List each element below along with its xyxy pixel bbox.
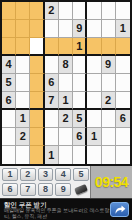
cell-r2c6[interactable]: 9 (73, 20, 87, 38)
cell-r3c9[interactable] (116, 38, 130, 56)
numpad-button-8[interactable]: 8 (38, 183, 54, 196)
cell-r9c4[interactable]: 1 (45, 146, 59, 164)
cell-r1c7[interactable] (87, 2, 101, 20)
cell-r1c1[interactable] (2, 2, 16, 20)
numpad-button-3[interactable]: 3 (38, 168, 54, 181)
numpad-button-7[interactable]: 7 (20, 183, 36, 196)
cell-r6c2[interactable] (16, 92, 30, 110)
cell-r8c9[interactable] (116, 128, 130, 146)
cell-r5c7[interactable] (87, 74, 101, 92)
cell-r6c4[interactable]: 7 (45, 92, 59, 110)
cell-r1c4[interactable]: 2 (45, 2, 59, 20)
cell-r3c3[interactable] (30, 38, 44, 56)
cell-r3c7[interactable] (87, 38, 101, 56)
cell-r8c4[interactable] (45, 128, 59, 146)
cell-r4c5[interactable]: 8 (59, 56, 73, 74)
cell-r3c1[interactable] (2, 38, 16, 56)
ad-cta-button[interactable] (110, 202, 129, 217)
cell-r9c5[interactable] (59, 146, 73, 164)
cell-r9c3[interactable] (30, 146, 44, 164)
cell-r8c7[interactable]: 1 (87, 128, 101, 146)
sudoku-app-screen: 291148956671212562611 123456789 09:54 할인… (0, 0, 132, 220)
cell-r8c2[interactable]: 2 (16, 128, 30, 146)
cell-r7c5[interactable]: 2 (59, 110, 73, 128)
cell-r9c9[interactable] (116, 146, 130, 164)
cell-r1c2[interactable] (16, 2, 30, 20)
cell-r7c2[interactable]: 1 (16, 110, 30, 128)
cell-r7c1[interactable] (2, 110, 16, 128)
cell-r4c8[interactable]: 9 (102, 56, 116, 74)
eraser-icon (74, 184, 88, 195)
cell-r5c1[interactable]: 5 (2, 74, 16, 92)
cell-r2c4[interactable] (45, 20, 59, 38)
cell-r3c5[interactable] (59, 38, 73, 56)
cell-r1c3[interactable] (30, 2, 44, 20)
cell-r4c7[interactable] (87, 56, 101, 74)
cell-r5c8[interactable] (102, 74, 116, 92)
cell-r8c6[interactable]: 6 (73, 128, 87, 146)
cell-r8c5[interactable] (59, 128, 73, 146)
ad-banner[interactable]: 할인 쿠폰 받기 매일매일 유혹적인 쿠폰을 보내드려요 레스토랑, 뷰 티, … (0, 198, 132, 220)
cell-r6c3[interactable] (30, 92, 44, 110)
cell-r7c4[interactable] (45, 110, 59, 128)
cell-r2c8[interactable] (102, 20, 116, 38)
cell-r1c6[interactable] (73, 2, 87, 20)
cell-r9c8[interactable] (102, 146, 116, 164)
cell-r2c3[interactable] (30, 20, 44, 38)
cell-r2c9[interactable]: 1 (116, 20, 130, 38)
cell-r6c5[interactable]: 1 (59, 92, 73, 110)
cell-r8c8[interactable] (102, 128, 116, 146)
keypad-bar: 123456789 09:54 (0, 166, 132, 198)
cell-r5c4[interactable]: 6 (45, 74, 59, 92)
share-arrow-icon (114, 205, 126, 214)
cell-r4c2[interactable] (16, 56, 30, 74)
cell-r6c7[interactable] (87, 92, 101, 110)
cell-r6c8[interactable]: 2 (102, 92, 116, 110)
cell-r5c3[interactable] (30, 74, 44, 92)
cell-r4c4[interactable] (45, 56, 59, 74)
numpad-button-2[interactable]: 2 (20, 168, 36, 181)
cell-r2c1[interactable] (2, 20, 16, 38)
cell-r3c6[interactable]: 1 (73, 38, 87, 56)
cell-r3c2[interactable] (16, 38, 30, 56)
cell-r4c6[interactable] (73, 56, 87, 74)
numpad-button-9[interactable]: 9 (55, 183, 71, 196)
cell-r5c5[interactable] (59, 74, 73, 92)
cell-r9c2[interactable] (16, 146, 30, 164)
cell-r2c5[interactable] (59, 20, 73, 38)
cell-r9c6[interactable] (73, 146, 87, 164)
cell-r5c9[interactable] (116, 74, 130, 92)
eraser-button[interactable] (73, 183, 89, 196)
cell-r1c9[interactable] (116, 2, 130, 20)
sudoku-board: 291148956671212562611 (0, 0, 132, 166)
cell-r7c6[interactable]: 5 (73, 110, 87, 128)
numpad-button-1[interactable]: 1 (2, 168, 18, 181)
cell-r5c2[interactable] (16, 74, 30, 92)
cell-r3c8[interactable] (102, 38, 116, 56)
cell-r3c4[interactable] (45, 38, 59, 56)
ad-body-line2: 티, 헬스, 뮤직, 패션 (4, 214, 106, 220)
numpad-button-5[interactable]: 5 (73, 168, 89, 181)
cell-r7c7[interactable] (87, 110, 101, 128)
cell-r4c3[interactable] (30, 56, 44, 74)
cell-r6c9[interactable] (116, 92, 130, 110)
cell-r4c1[interactable]: 4 (2, 56, 16, 74)
numpad-button-6[interactable]: 6 (2, 183, 18, 196)
cell-r6c6[interactable] (73, 92, 87, 110)
cell-r7c9[interactable]: 6 (116, 110, 130, 128)
timer-display: 09:54 (90, 166, 132, 198)
cell-r9c1[interactable] (2, 146, 16, 164)
cell-r4c9[interactable] (116, 56, 130, 74)
cell-r1c8[interactable] (102, 2, 116, 20)
cell-r9c7[interactable] (87, 146, 101, 164)
cell-r7c3[interactable] (30, 110, 44, 128)
cell-r7c8[interactable] (102, 110, 116, 128)
cell-r8c1[interactable] (2, 128, 16, 146)
cell-r5c6[interactable] (73, 74, 87, 92)
cell-r1c5[interactable] (59, 2, 73, 20)
cell-r6c1[interactable]: 6 (2, 92, 16, 110)
numpad-button-4[interactable]: 4 (55, 168, 71, 181)
cell-r2c7[interactable] (87, 20, 101, 38)
number-pad: 123456789 (0, 166, 90, 198)
cell-r8c3[interactable] (30, 128, 44, 146)
cell-r2c2[interactable] (16, 20, 30, 38)
